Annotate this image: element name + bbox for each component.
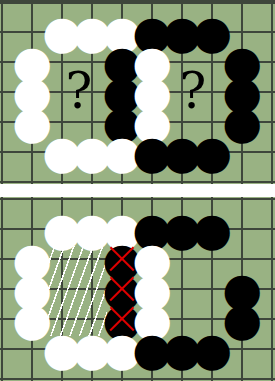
go-diagram-top: ●●●●●●●●●●●●●●●●●●●●●●●● ? ? xyxy=(0,0,275,184)
question-mark-right: ? xyxy=(180,66,207,116)
black-stone: ● xyxy=(197,214,227,244)
page: ●●●●●●●●●●●●●●●●●●●●●●●● ? ? ●●●●●●●●●●●… xyxy=(0,0,275,381)
black-stone: ● xyxy=(197,137,227,167)
question-mark-left: ? xyxy=(66,66,93,116)
black-stone: ● xyxy=(197,334,227,364)
stones-layer-top: ●●●●●●●●●●●●●●●●●●●●●●●● xyxy=(0,0,275,184)
stones-layer-bottom: ●●●●●●●●●●●●●●●●●●●●●●● xyxy=(0,197,275,381)
go-diagram-bottom: ●●●●●●●●●●●●●●●●●●●●●●● xyxy=(0,197,275,381)
